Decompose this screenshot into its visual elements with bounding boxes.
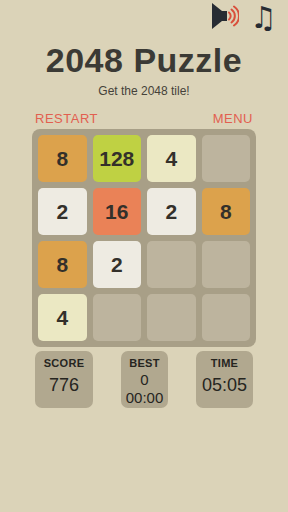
empty-cell [202, 135, 251, 182]
tile-2: 2 [147, 188, 196, 235]
best-label: BEST [121, 357, 168, 370]
empty-cell [202, 241, 251, 288]
speaker-icon [211, 3, 239, 29]
tile-16: 16 [93, 188, 142, 235]
restart-button[interactable]: RESTART [35, 111, 98, 126]
tile-2: 2 [93, 241, 142, 288]
score-label: SCORE [35, 357, 93, 370]
empty-cell [202, 294, 251, 341]
app-screen: ♫ 2048 Puzzle Get the 2048 tile! RESTART… [0, 0, 288, 512]
empty-cell [147, 294, 196, 341]
topbar: ♫ [211, 3, 277, 33]
tile-8: 8 [202, 188, 251, 235]
music-toggle-button[interactable]: ♫ [250, 3, 277, 33]
tile-4: 4 [147, 135, 196, 182]
tile-128: 128 [93, 135, 142, 182]
score-value: 776 [35, 374, 93, 396]
tile-4: 4 [38, 294, 87, 341]
music-note-icon: ♫ [250, 3, 277, 33]
tile-8: 8 [38, 241, 87, 288]
menu-button[interactable]: MENU [213, 111, 253, 126]
tile-2: 2 [38, 188, 87, 235]
app-title: 2048 Puzzle [0, 41, 288, 80]
board[interactable]: 8128421628824 [32, 129, 256, 347]
toolbar: RESTART MENU [35, 111, 253, 126]
sound-toggle-button[interactable] [211, 3, 239, 29]
score-box: SCORE 776 [35, 351, 93, 408]
time-box: TIME 05:05 [196, 351, 253, 408]
stats-row: SCORE 776 BEST 0 00:00 TIME 05:05 [35, 351, 253, 408]
time-value: 05:05 [196, 374, 253, 396]
time-label: TIME [196, 357, 253, 370]
best-box: BEST 0 00:00 [121, 351, 168, 408]
best-value: 0 [121, 371, 168, 388]
tile-8: 8 [38, 135, 87, 182]
app-subtitle: Get the 2048 tile! [0, 84, 288, 98]
empty-cell [147, 241, 196, 288]
empty-cell [93, 294, 142, 341]
best-time-value: 00:00 [121, 389, 168, 406]
